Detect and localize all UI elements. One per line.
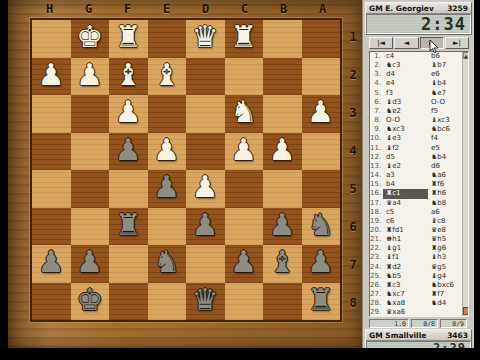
move-number: 1.: [370, 52, 383, 61]
square-b5[interactable]: [263, 170, 302, 208]
move-white[interactable]: ♝e3: [383, 134, 428, 143]
status-value-time: 1.0: [369, 319, 409, 328]
move-black[interactable]: ♛g5: [428, 263, 464, 272]
move-row-1: 1.c4b6: [370, 52, 468, 61]
move-list[interactable]: 1.c4b62.♞c3♝b73.d4e64.e4♝b45.f3♞e76.♝d3O…: [369, 51, 469, 317]
piece-black-bishop: ♝: [263, 243, 302, 281]
rank-label-6: 6: [345, 208, 361, 246]
move-row-9: 9.♞xc3♞bc6: [370, 125, 468, 134]
move-number: 3.: [370, 70, 383, 79]
top-player-box: GM E. Georgiev 3259 2:34: [365, 2, 472, 35]
piece-black-pawn: ♟: [148, 168, 187, 206]
rank-label-1: 1: [345, 18, 361, 56]
file-label-g: G: [69, 2, 108, 16]
move-black[interactable]: [428, 308, 464, 317]
scrollbar-thumb[interactable]: [463, 307, 469, 315]
move-number: 4.: [370, 79, 383, 88]
move-number: 19.: [370, 217, 383, 226]
move-row-29: 29.♛xa6: [370, 308, 468, 317]
square-g5[interactable]: [71, 170, 110, 208]
square-f3[interactable]: ♟: [109, 95, 148, 133]
move-black[interactable]: O-O: [428, 98, 464, 107]
move-number: 21.: [370, 235, 383, 244]
square-a1[interactable]: [302, 20, 341, 58]
square-g6[interactable]: [71, 208, 110, 246]
move-number: 12.: [370, 153, 383, 162]
square-d6[interactable]: ♟: [186, 208, 225, 246]
square-b1[interactable]: [263, 20, 302, 58]
square-h8[interactable]: [32, 283, 71, 321]
square-h3[interactable]: [32, 95, 71, 133]
file-label-a: A: [303, 2, 342, 16]
top-player-clock: 2:34: [366, 14, 471, 34]
bottom-player-rating: 3463: [447, 331, 468, 340]
move-row-3: 3.d4e6: [370, 70, 468, 79]
square-a8[interactable]: ♜: [302, 283, 341, 321]
move-row-28: 28.♞xa8♞d4: [370, 299, 468, 308]
app-window: HGFEDCBA 12345678 ♚♜♛♜♟♟♝♝♟♞♟♟♟♟♟♟♟♜♟♟♞♟…: [0, 0, 480, 360]
move-number: 5.: [370, 89, 383, 98]
piece-black-pawn: ♟: [109, 131, 148, 169]
square-a5[interactable]: [302, 170, 341, 208]
move-number: 25.: [370, 272, 383, 281]
square-c7[interactable]: ♟: [225, 245, 264, 283]
file-label-b: B: [264, 2, 303, 16]
square-d5[interactable]: ♟: [186, 170, 225, 208]
status-value-white: 0/8: [411, 319, 438, 328]
square-e5[interactable]: ♟: [148, 170, 187, 208]
piece-black-rook: ♜: [109, 206, 148, 244]
move-white[interactable]: d4: [383, 70, 428, 79]
piece-black-pawn: ♟: [32, 243, 71, 281]
square-h5[interactable]: [32, 170, 71, 208]
move-black[interactable]: ♞b8: [428, 199, 464, 208]
move-number: 11.: [370, 144, 383, 153]
piece-white-bishop: ♝: [148, 56, 187, 94]
square-h1[interactable]: [32, 20, 71, 58]
move-row-10: 10.♝e3f4: [370, 134, 468, 143]
move-navigation: |◄ ◄ ► ►|: [369, 37, 469, 49]
move-white[interactable]: b4: [383, 180, 428, 189]
square-e1[interactable]: [148, 20, 187, 58]
move-black[interactable]: ♝c8: [428, 217, 464, 226]
move-black[interactable]: ♜h6: [428, 189, 464, 198]
square-a6[interactable]: ♞: [302, 208, 341, 246]
move-black[interactable]: ♞bxc6: [428, 281, 464, 290]
rank-label-3: 3: [345, 94, 361, 132]
move-black[interactable]: e6: [428, 70, 464, 79]
move-white[interactable]: c5: [383, 208, 428, 217]
rank-label-4: 4: [345, 132, 361, 170]
move-number: 16.: [370, 189, 383, 198]
square-f4[interactable]: ♟: [109, 133, 148, 171]
square-b7[interactable]: ♝: [263, 245, 302, 283]
file-label-f: F: [108, 2, 147, 16]
square-b2[interactable]: [263, 58, 302, 96]
square-c5[interactable]: [225, 170, 264, 208]
bottom-player-name: GM Smallville: [369, 331, 426, 340]
rank-label-7: 7: [345, 246, 361, 284]
square-g8[interactable]: ♚: [71, 283, 110, 321]
piece-black-knight: ♞: [148, 243, 187, 281]
square-h6[interactable]: [32, 208, 71, 246]
move-list-scrollbar[interactable]: ▲: [462, 52, 468, 316]
move-white[interactable]: ♛a4: [383, 199, 428, 208]
move-row-2: 2.♞c3♝b7: [370, 61, 468, 70]
move-row-26: 26.♜c3♞bxc6: [370, 281, 468, 290]
square-h7[interactable]: ♟: [32, 245, 71, 283]
move-black[interactable]: ♜f7: [428, 290, 464, 299]
square-a4[interactable]: [302, 133, 341, 171]
move-row-18: 18.c5a6: [370, 208, 468, 217]
square-c6[interactable]: [225, 208, 264, 246]
file-label-c: C: [225, 2, 264, 16]
move-white[interactable]: ♝e2: [383, 162, 428, 171]
file-label-e: E: [147, 2, 186, 16]
piece-white-rook: ♜: [225, 18, 264, 56]
piece-white-knight: ♞: [225, 93, 264, 131]
piece-white-king: ♚: [71, 18, 110, 56]
square-d4[interactable]: [186, 133, 225, 171]
move-number: 14.: [370, 171, 383, 180]
board-frame: HGFEDCBA 12345678 ♚♜♛♜♟♟♝♝♟♞♟♟♟♟♟♟♟♜♟♟♞♟…: [8, 0, 362, 348]
piece-white-pawn: ♟: [109, 93, 148, 131]
square-h4[interactable]: [32, 133, 71, 171]
left-black-bar: [0, 0, 8, 360]
status-value-black: 0/9: [440, 319, 467, 328]
move-white[interactable]: O-O: [383, 116, 428, 125]
file-label-d: D: [186, 2, 225, 16]
move-row-24: 24.♜d2♛g5: [370, 263, 468, 272]
move-row-19: 19.c6♝c8: [370, 217, 468, 226]
piece-white-pawn: ♟: [71, 56, 110, 94]
move-number: 13.: [370, 162, 383, 171]
piece-black-pawn: ♟: [302, 243, 341, 281]
move-white[interactable]: ♝g1: [383, 244, 428, 253]
move-white[interactable]: ♝d3: [383, 98, 428, 107]
square-b4[interactable]: ♟: [263, 133, 302, 171]
move-number: 28.: [370, 299, 383, 308]
piece-white-pawn: ♟: [225, 131, 264, 169]
bottom-black-bar: [0, 348, 480, 360]
move-row-13: 13.♝e2d6: [370, 162, 468, 171]
piece-white-rook: ♜: [109, 18, 148, 56]
move-number: 7.: [370, 107, 383, 116]
move-white[interactable]: e4: [383, 79, 428, 88]
square-f8[interactable]: [109, 283, 148, 321]
piece-white-pawn: ♟: [32, 56, 71, 94]
square-b3[interactable]: [263, 95, 302, 133]
square-a2[interactable]: [302, 58, 341, 96]
move-row-25: 25.♞b5♝g4: [370, 272, 468, 281]
piece-white-bishop: ♝: [109, 56, 148, 94]
mouse-cursor-icon: [429, 40, 439, 54]
move-white[interactable]: ♝f1: [383, 253, 428, 262]
move-black[interactable]: d6: [428, 162, 464, 171]
move-number: 26.: [370, 281, 383, 290]
square-h2[interactable]: ♟: [32, 58, 71, 96]
move-black[interactable]: ♞d4: [428, 299, 464, 308]
move-white-selected[interactable]: ♜c1: [383, 189, 428, 198]
move-number: 29.: [370, 308, 383, 317]
rank-label-2: 2: [345, 56, 361, 94]
piece-white-pawn: ♟: [302, 93, 341, 131]
move-white[interactable]: ♚h1: [383, 235, 428, 244]
square-a7[interactable]: ♟: [302, 245, 341, 283]
square-d7[interactable]: [186, 245, 225, 283]
move-black[interactable]: ♛h5: [428, 235, 464, 244]
chess-board: ♚♜♛♜♟♟♝♝♟♞♟♟♟♟♟♟♟♜♟♟♞♟♟♞♟♝♟♚♛♜: [30, 18, 342, 322]
square-f1[interactable]: ♜: [109, 20, 148, 58]
move-black[interactable]: f5: [428, 107, 464, 116]
piece-black-rook: ♜: [302, 281, 341, 319]
move-white[interactable]: f3: [383, 89, 428, 98]
square-g2[interactable]: ♟: [71, 58, 110, 96]
move-black[interactable]: ♜f6: [428, 180, 464, 189]
move-number: 9.: [370, 125, 383, 134]
square-e8[interactable]: [148, 283, 187, 321]
square-b6[interactable]: ♟: [263, 208, 302, 246]
piece-white-pawn: ♟: [148, 131, 187, 169]
side-panel: GM E. Georgiev 3259 2:34 |◄ ◄ ► ►| 1.c4b…: [362, 0, 474, 352]
move-number: 17.: [370, 199, 383, 208]
square-e3[interactable]: [148, 95, 187, 133]
piece-white-pawn: ♟: [263, 131, 302, 169]
move-black[interactable]: ♝b4: [428, 79, 464, 88]
move-black[interactable]: ♛e8: [428, 226, 464, 235]
move-black[interactable]: ♝b7: [428, 61, 464, 70]
move-number: 10.: [370, 134, 383, 143]
move-black[interactable]: ♝g4: [428, 272, 464, 281]
move-white[interactable]: c4: [383, 52, 428, 61]
move-row-23: 23.♝f1♝h3: [370, 253, 468, 262]
move-number: 20.: [370, 226, 383, 235]
square-e6[interactable]: [148, 208, 187, 246]
rank-label-8: 8: [345, 284, 361, 322]
move-row-5: 5.f3♞e7: [370, 89, 468, 98]
move-number: 24.: [370, 263, 383, 272]
move-row-14: 14.a3♞a6: [370, 171, 468, 180]
move-white[interactable]: ♜fd1: [383, 226, 428, 235]
move-white[interactable]: ♞xc7: [383, 290, 428, 299]
move-black[interactable]: ♝h3: [428, 253, 464, 262]
move-row-7: 7.♞e2f5: [370, 107, 468, 116]
nav-last-button[interactable]: ►|: [445, 37, 469, 49]
square-b8[interactable]: [263, 283, 302, 321]
square-f6[interactable]: ♜: [109, 208, 148, 246]
piece-black-pawn: ♟: [186, 206, 225, 244]
square-g7[interactable]: ♟: [71, 245, 110, 283]
square-d1[interactable]: ♛: [186, 20, 225, 58]
move-row-11: 11.♝f2e5: [370, 144, 468, 153]
move-black[interactable]: ♞bc6: [428, 125, 464, 134]
move-row-8: 8.O-O♝xc3: [370, 116, 468, 125]
move-number: 23.: [370, 253, 383, 262]
right-black-bar: [474, 0, 480, 360]
move-white[interactable]: ♞e2: [383, 107, 428, 116]
square-g4[interactable]: [71, 133, 110, 171]
move-white[interactable]: ♜c3: [383, 281, 428, 290]
move-number: 6.: [370, 98, 383, 107]
move-row-17: 17.♛a4♞b8: [370, 199, 468, 208]
move-number: 27.: [370, 290, 383, 299]
piece-black-queen: ♛: [186, 281, 225, 319]
piece-black-pawn: ♟: [263, 206, 302, 244]
nav-prev-button[interactable]: ◄: [394, 37, 418, 49]
move-number: 18.: [370, 208, 383, 217]
square-f5[interactable]: [109, 170, 148, 208]
piece-white-queen: ♛: [186, 18, 225, 56]
move-row-4: 4.e4♝b4: [370, 79, 468, 88]
square-g1[interactable]: ♚: [71, 20, 110, 58]
move-row-12: 12.d5♞b4: [370, 153, 468, 162]
square-f7[interactable]: [109, 245, 148, 283]
move-number: 15.: [370, 180, 383, 189]
square-e7[interactable]: ♞: [148, 245, 187, 283]
move-black[interactable]: ♞b4: [428, 153, 464, 162]
move-white[interactable]: c6: [383, 217, 428, 226]
move-white[interactable]: ♞c3: [383, 61, 428, 70]
move-row-6: 6.♝d3O-O: [370, 98, 468, 107]
move-row-27: 27.♞xc7♜f7: [370, 290, 468, 299]
move-black[interactable]: ♞a6: [428, 171, 464, 180]
move-white[interactable]: ♝f2: [383, 144, 428, 153]
move-black[interactable]: ♝xc3: [428, 116, 464, 125]
move-row-21: 21.♚h1♛h5: [370, 235, 468, 244]
square-d2[interactable]: [186, 58, 225, 96]
move-black[interactable]: e5: [428, 144, 464, 153]
move-number: 2.: [370, 61, 383, 70]
move-white[interactable]: ♞b5: [383, 272, 428, 281]
move-row-15: 15.b4♜f6: [370, 180, 468, 189]
square-c1[interactable]: ♜: [225, 20, 264, 58]
move-white[interactable]: a3: [383, 171, 428, 180]
move-number: 22.: [370, 244, 383, 253]
file-label-h: H: [30, 2, 69, 16]
piece-white-pawn: ♟: [186, 168, 225, 206]
square-e4[interactable]: ♟: [148, 133, 187, 171]
piece-black-pawn: ♟: [225, 243, 264, 281]
move-number: 8.: [370, 116, 383, 125]
rank-label-5: 5: [345, 170, 361, 208]
move-black[interactable]: f4: [428, 134, 464, 143]
square-c2[interactable]: [225, 58, 264, 96]
top-player-name: GM E. Georgiev: [369, 4, 434, 13]
move-white[interactable]: ♜d2: [383, 263, 428, 272]
piece-black-pawn: ♟: [71, 243, 110, 281]
move-black[interactable]: ♞e7: [428, 89, 464, 98]
move-black[interactable]: ♜g6: [428, 244, 464, 253]
move-black[interactable]: a6: [428, 208, 464, 217]
piece-black-knight: ♞: [302, 206, 341, 244]
move-white[interactable]: d5: [383, 153, 428, 162]
move-row-16: 16.♜c1♜h6: [370, 189, 468, 198]
square-g3[interactable]: [71, 95, 110, 133]
square-d8[interactable]: ♛: [186, 283, 225, 321]
top-player-rating: 3259: [447, 4, 468, 13]
piece-black-king: ♚: [71, 281, 110, 319]
move-white[interactable]: ♛xa6: [383, 308, 428, 317]
move-row-20: 20.♜fd1♛e8: [370, 226, 468, 235]
square-c3[interactable]: ♞: [225, 95, 264, 133]
square-c8[interactable]: [225, 283, 264, 321]
move-white[interactable]: ♞xc3: [383, 125, 428, 134]
move-white[interactable]: ♞xa8: [383, 299, 428, 308]
square-c4[interactable]: ♟: [225, 133, 264, 171]
square-a3[interactable]: ♟: [302, 95, 341, 133]
scroll-up-icon[interactable]: ▲: [463, 52, 469, 59]
status-row: 1.0 0/8 0/9: [369, 319, 469, 328]
square-e2[interactable]: ♝: [148, 58, 187, 96]
square-d3[interactable]: [186, 95, 225, 133]
move-row-22: 22.♝g1♜g6: [370, 244, 468, 253]
nav-first-button[interactable]: |◄: [369, 37, 393, 49]
square-f2[interactable]: ♝: [109, 58, 148, 96]
